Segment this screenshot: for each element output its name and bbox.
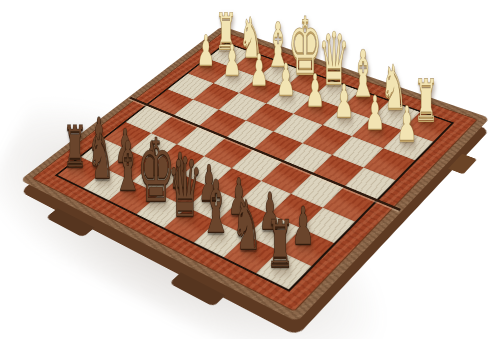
chess-board [20, 26, 490, 322]
product-photo: ♜♞♝♚♛♝♞♜♟♟♟♟♟♟♟♟♟♟♟♟♟♟♟♟♜♞♝♚♛♝♞♜ [0, 0, 500, 339]
